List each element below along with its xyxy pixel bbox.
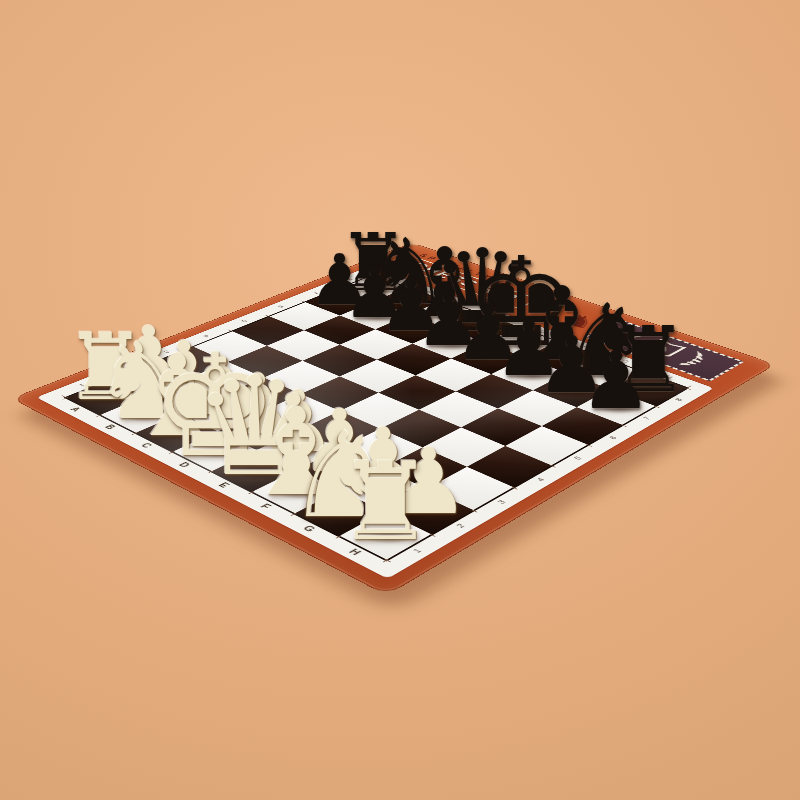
chess-board: SPECIALTY CHESS SET ♞ ♞ xyxy=(11,243,776,596)
board-paper: AABBCCDDEEFFGGHH1234567812345678 xyxy=(35,266,715,580)
scene-background: SPECIALTY CHESS SET ♞ ♞ xyxy=(0,0,800,800)
knight-silhouette-icon: ♞ xyxy=(555,311,605,332)
laurel-right-icon xyxy=(672,350,717,371)
laurel-left-icon xyxy=(610,329,654,349)
shield-inner: ♞ xyxy=(639,339,685,359)
shield-knight-icon: ♞ xyxy=(650,344,675,355)
